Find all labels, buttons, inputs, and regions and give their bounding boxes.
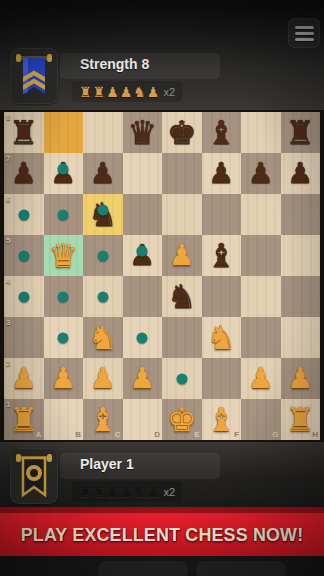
square-a5[interactable]: 5 [4,235,44,276]
square-h1[interactable]: H♜ [281,399,321,440]
square-b6[interactable] [44,194,84,235]
file-label-a: A [36,430,42,439]
square-b4[interactable] [44,276,84,317]
piece-white-pawn[interactable]: ♟ [162,235,202,276]
square-h7[interactable]: ♟ [281,153,321,194]
piece-black-king[interactable]: ♚ [162,112,202,153]
player-name: Player 1 [80,456,134,472]
captured-pawn-icon: ♟ [106,84,119,100]
piece-white-queen[interactable]: ♛ [44,235,84,276]
legal-move-dot[interactable] [18,209,29,220]
captured-multiplier: x2 [163,486,175,498]
piece-black-pawn[interactable]: ♟ [281,153,321,194]
piece-white-pawn[interactable]: ♟ [44,358,84,399]
square-b1[interactable]: B [44,399,84,440]
square-c2[interactable]: ♟ [83,358,123,399]
captured-knight-icon: ♞ [133,84,146,100]
rank-label-7: 7 [6,154,10,163]
legal-move-dot[interactable] [97,250,108,261]
square-d6[interactable] [123,194,163,235]
square-h4[interactable] [281,276,321,317]
square-h5[interactable] [281,235,321,276]
square-g8[interactable] [241,112,281,153]
square-f1[interactable]: F♝ [202,399,242,440]
square-d1[interactable]: D [123,399,163,440]
legal-move-dot[interactable] [137,332,148,343]
piece-white-pawn[interactable]: ♟ [241,358,281,399]
file-label-e: E [194,430,199,439]
square-g3[interactable] [241,317,281,358]
piece-white-pawn[interactable]: ♟ [123,358,163,399]
rank-label-3: 3 [6,318,10,327]
square-b3[interactable] [44,317,84,358]
rank-label-5: 5 [6,236,10,245]
square-h8[interactable]: ♜ [281,112,321,153]
piece-black-knight[interactable]: ♞ [162,276,202,317]
blue-ribbon-badge-icon [10,48,58,104]
capture-move-dot[interactable] [58,164,69,175]
square-g5[interactable] [241,235,281,276]
legal-move-dot[interactable] [18,291,29,302]
file-label-h: H [312,430,318,439]
captured-rook-icon: ♜ [79,484,92,500]
file-label-b: B [75,430,81,439]
opponent-captured-row: ♜♜♟♟♞♟ x2 [72,81,182,102]
captured-pawn-icon: ♟ [147,84,160,100]
captured-pawn-icon: ♟ [120,484,133,500]
piece-black-pawn[interactable]: ♟ [83,153,123,194]
square-e5[interactable]: ♟ [162,235,202,276]
opponent-name: Strength 8 [80,56,149,72]
piece-black-bishop[interactable]: ♝ [202,235,242,276]
piece-black-pawn[interactable]: ♟ [202,153,242,194]
capture-move-dot[interactable] [97,205,108,216]
square-b7[interactable]: ♟ [44,153,84,194]
square-a1[interactable]: 1A♜ [4,399,44,440]
square-c8[interactable] [83,112,123,153]
square-e1[interactable]: E♚ [162,399,202,440]
rank-label-6: 6 [6,195,10,204]
square-e3[interactable] [162,317,202,358]
square-f3[interactable]: ♞ [202,317,242,358]
square-c3[interactable]: ♞ [83,317,123,358]
piece-black-rook[interactable]: ♜ [281,112,321,153]
square-b2[interactable]: ♟ [44,358,84,399]
captured-pawn-icon: ♟ [147,484,160,500]
chess-board: 8♜♛♚♝♜7♟♟♟♟♟♟6♞5♛♟♟♝4♞3♞♞2♟♟♟♟♟♟1A♜BC♝DE… [4,112,320,440]
background-shape [196,561,286,576]
captured-pieces-icons: ♜♜♟♟♞♟ [79,82,160,102]
square-b5[interactable]: ♛ [44,235,84,276]
player-captured-row: ♜♜♟♟♞♟ x2 [72,481,182,502]
square-f6[interactable] [202,194,242,235]
square-c4[interactable] [83,276,123,317]
piece-black-bishop[interactable]: ♝ [202,112,242,153]
piece-white-knight[interactable]: ♞ [83,317,123,358]
rank-label-4: 4 [6,277,10,286]
square-e8[interactable]: ♚ [162,112,202,153]
legal-move-dot[interactable] [176,373,187,384]
square-f8[interactable]: ♝ [202,112,242,153]
square-g2[interactable]: ♟ [241,358,281,399]
menu-button[interactable] [288,18,320,48]
file-label-f: F [234,430,239,439]
square-h6[interactable] [281,194,321,235]
square-a3[interactable]: 3 [4,317,44,358]
rank-label-1: 1 [6,400,10,409]
capture-move-dot[interactable] [137,246,148,257]
square-c1[interactable]: C♝ [83,399,123,440]
square-a8[interactable]: 8♜ [4,112,44,153]
captured-rook-icon: ♜ [79,84,92,100]
square-f7[interactable]: ♟ [202,153,242,194]
square-f4[interactable] [202,276,242,317]
legal-move-dot[interactable] [58,291,69,302]
background-shape [98,561,188,576]
file-label-g: G [272,430,278,439]
square-c5[interactable] [83,235,123,276]
piece-white-pawn[interactable]: ♟ [281,358,321,399]
legal-move-dot[interactable] [58,209,69,220]
square-h2[interactable]: ♟ [281,358,321,399]
square-a6[interactable]: 6 [4,194,44,235]
square-d4[interactable] [123,276,163,317]
legal-move-dot[interactable] [58,332,69,343]
captured-pawn-icon: ♟ [120,84,133,100]
square-c6[interactable]: ♞ [83,194,123,235]
ad-banner-text: PLAY EXCELLENT CHESS NOW! [10,513,315,556]
captured-multiplier: x2 [163,86,175,98]
player-badge [10,448,58,504]
square-d8[interactable]: ♛ [123,112,163,153]
captured-knight-icon: ♞ [133,484,146,500]
square-b8[interactable] [44,112,84,153]
rank-label-8: 8 [6,113,10,122]
file-label-c: C [115,430,121,439]
hamburger-menu-icon [295,26,314,29]
gold-ribbon-badge-icon [10,448,58,504]
file-label-d: D [154,430,160,439]
square-g7[interactable]: ♟ [241,153,281,194]
ad-banner[interactable]: PLAY EXCELLENT CHESS NOW! [0,507,324,556]
square-d7[interactable] [123,153,163,194]
square-g4[interactable] [241,276,281,317]
square-g1[interactable]: G [241,399,281,440]
square-d5[interactable]: ♟ [123,235,163,276]
square-e6[interactable] [162,194,202,235]
square-g6[interactable] [241,194,281,235]
app-screen: Strength 8 ♜♜♟♟♞♟ x2 8♜♛♚♝♜7♟♟♟♟♟♟6♞5♛♟♟… [0,0,324,576]
rank-label-2: 2 [6,359,10,368]
square-a2[interactable]: 2♟ [4,358,44,399]
square-h3[interactable] [281,317,321,358]
square-c7[interactable]: ♟ [83,153,123,194]
legal-move-dot[interactable] [18,250,29,261]
square-e2[interactable] [162,358,202,399]
piece-black-queen[interactable]: ♛ [123,112,163,153]
captured-pieces-icons: ♜♜♟♟♞♟ [79,482,160,502]
square-f5[interactable]: ♝ [202,235,242,276]
player-panel: Player 1 ♜♜♟♟♞♟ x2 [10,448,310,506]
captured-rook-icon: ♜ [93,84,106,100]
opponent-badge [10,48,58,104]
captured-rook-icon: ♜ [93,484,106,500]
square-a7[interactable]: 7♟ [4,153,44,194]
captured-pawn-icon: ♟ [106,484,119,500]
square-a4[interactable]: 4 [4,276,44,317]
piece-black-pawn[interactable]: ♟ [241,153,281,194]
below-banner-area [0,556,324,576]
piece-white-pawn[interactable]: ♟ [83,358,123,399]
square-e4[interactable]: ♞ [162,276,202,317]
square-d3[interactable] [123,317,163,358]
square-e7[interactable] [162,153,202,194]
square-d2[interactable]: ♟ [123,358,163,399]
legal-move-dot[interactable] [97,291,108,302]
piece-white-knight[interactable]: ♞ [202,317,242,358]
square-f2[interactable] [202,358,242,399]
opponent-panel: Strength 8 ♜♜♟♟♞♟ x2 [10,48,310,106]
